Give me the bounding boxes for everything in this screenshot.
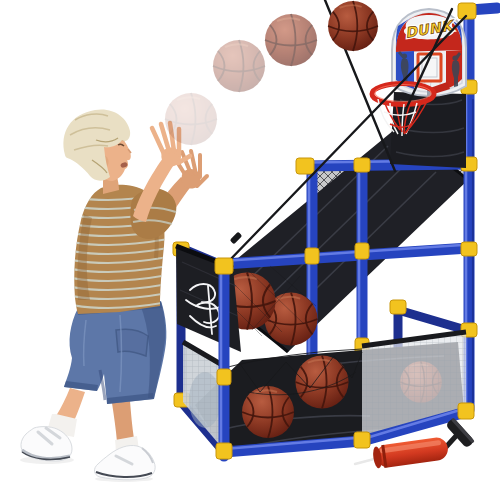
- trail-ball-3: [265, 14, 317, 66]
- basketball: [242, 386, 294, 438]
- boy-head: [63, 109, 131, 194]
- boy-shirt: [72, 185, 176, 314]
- cord-tie: [230, 232, 243, 245]
- pump-shaft: [446, 436, 456, 447]
- boy-rear-leg: [94, 401, 155, 480]
- trail-ball-1: [165, 93, 217, 145]
- scene-illustration: DUNK DUNK: [0, 0, 500, 482]
- boy-front-leg: [21, 388, 85, 461]
- product-photo: DUNK DUNK: [0, 0, 500, 482]
- trail-ball-2: [213, 40, 265, 92]
- boy-shorts: [64, 301, 166, 404]
- trail-ball-solid: [328, 1, 378, 51]
- basketball-trail: [165, 1, 378, 145]
